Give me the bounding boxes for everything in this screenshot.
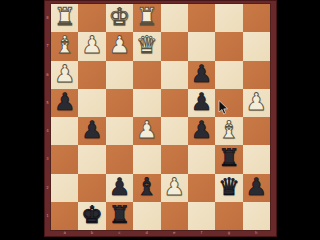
square-b4[interactable]: ♟: [78, 117, 105, 145]
square-e4[interactable]: [161, 117, 188, 145]
square-h2[interactable]: ♟: [243, 174, 270, 202]
square-f6[interactable]: ♟: [188, 61, 215, 89]
square-g3[interactable]: ♜: [215, 145, 242, 173]
rank-label-4: 4: [45, 129, 50, 133]
file-label-c: c: [116, 231, 122, 235]
black-pawn-h2[interactable]: ♟: [246, 175, 268, 199]
file-label-b: b: [89, 231, 95, 235]
file-label-f: f: [199, 231, 205, 235]
square-a8[interactable]: ♜: [51, 4, 78, 32]
square-h8[interactable]: [243, 4, 270, 32]
rank-label-1: 1: [45, 214, 50, 218]
square-c6[interactable]: [106, 61, 133, 89]
white-king-c8[interactable]: ♚: [109, 5, 131, 29]
square-a3[interactable]: [51, 145, 78, 173]
file-label-e: e: [171, 231, 177, 235]
square-g1[interactable]: [215, 202, 242, 230]
rank-label-2: 2: [45, 186, 50, 190]
square-b5[interactable]: [78, 89, 105, 117]
square-d5[interactable]: [133, 89, 160, 117]
white-pawn-h5[interactable]: ♟: [246, 90, 268, 114]
square-f5[interactable]: ♟: [188, 89, 215, 117]
square-d6[interactable]: [133, 61, 160, 89]
file-label-a: a: [62, 231, 68, 235]
square-b2[interactable]: [78, 174, 105, 202]
board-squares: ♜♚♜♝♟♟♛♟♟♟♟♟♟♟♟♝♜♟♝♟♛♟♚♜: [51, 4, 270, 230]
square-e3[interactable]: [161, 145, 188, 173]
square-e1[interactable]: [161, 202, 188, 230]
square-d4[interactable]: ♟: [133, 117, 160, 145]
square-g2[interactable]: ♛: [215, 174, 242, 202]
square-b8[interactable]: [78, 4, 105, 32]
square-f7[interactable]: [188, 32, 215, 60]
square-h5[interactable]: ♟: [243, 89, 270, 117]
square-a6[interactable]: ♟: [51, 61, 78, 89]
square-c2[interactable]: ♟: [106, 174, 133, 202]
mouse-cursor-icon: [218, 100, 230, 116]
square-a1[interactable]: [51, 202, 78, 230]
white-bishop-a7[interactable]: ♝: [54, 33, 76, 57]
square-f4[interactable]: ♟: [188, 117, 215, 145]
square-c8[interactable]: ♚: [106, 4, 133, 32]
square-c4[interactable]: [106, 117, 133, 145]
square-f1[interactable]: [188, 202, 215, 230]
file-label-h: h: [253, 231, 259, 235]
white-bishop-g4[interactable]: ♝: [218, 118, 240, 142]
black-pawn-f5[interactable]: ♟: [191, 90, 213, 114]
white-queen-d7[interactable]: ♛: [136, 33, 158, 57]
black-bishop-d2[interactable]: ♝: [136, 175, 158, 199]
white-rook-d8[interactable]: ♜: [136, 5, 158, 29]
black-king-b1[interactable]: ♚: [81, 203, 103, 227]
square-b3[interactable]: [78, 145, 105, 173]
square-h4[interactable]: [243, 117, 270, 145]
white-pawn-b7[interactable]: ♟: [81, 33, 103, 57]
square-e6[interactable]: [161, 61, 188, 89]
black-pawn-c2[interactable]: ♟: [109, 175, 131, 199]
white-rook-a8[interactable]: ♜: [54, 5, 76, 29]
black-pawn-f4[interactable]: ♟: [191, 118, 213, 142]
white-pawn-a6[interactable]: ♟: [54, 62, 76, 86]
square-d8[interactable]: ♜: [133, 4, 160, 32]
square-f3[interactable]: [188, 145, 215, 173]
square-f8[interactable]: [188, 4, 215, 32]
square-c7[interactable]: ♟: [106, 32, 133, 60]
square-b7[interactable]: ♟: [78, 32, 105, 60]
square-g6[interactable]: [215, 61, 242, 89]
square-b1[interactable]: ♚: [78, 202, 105, 230]
square-c1[interactable]: ♜: [106, 202, 133, 230]
black-queen-g2[interactable]: ♛: [218, 175, 240, 199]
rank-label-8: 8: [45, 16, 50, 20]
white-pawn-c7[interactable]: ♟: [109, 33, 131, 57]
rank-label-5: 5: [45, 101, 50, 105]
white-pawn-d4[interactable]: ♟: [136, 118, 158, 142]
square-a2[interactable]: [51, 174, 78, 202]
square-h6[interactable]: [243, 61, 270, 89]
rank-label-6: 6: [45, 73, 50, 77]
square-e8[interactable]: [161, 4, 188, 32]
square-h7[interactable]: [243, 32, 270, 60]
square-e5[interactable]: [161, 89, 188, 117]
square-a4[interactable]: [51, 117, 78, 145]
black-pawn-a5[interactable]: ♟: [54, 90, 76, 114]
square-d1[interactable]: [133, 202, 160, 230]
square-f2[interactable]: [188, 174, 215, 202]
square-c5[interactable]: [106, 89, 133, 117]
black-rook-c1[interactable]: ♜: [109, 203, 131, 227]
chess-board: ♜♚♜♝♟♟♛♟♟♟♟♟♟♟♟♝♜♟♝♟♛♟♚♜ 87654321abcdefg…: [44, 0, 277, 237]
square-g7[interactable]: [215, 32, 242, 60]
black-pawn-f6[interactable]: ♟: [191, 62, 213, 86]
square-c3[interactable]: [106, 145, 133, 173]
square-g4[interactable]: ♝: [215, 117, 242, 145]
square-d7[interactable]: ♛: [133, 32, 160, 60]
white-pawn-e2[interactable]: ♟: [163, 175, 185, 199]
file-label-d: d: [144, 231, 150, 235]
file-label-g: g: [226, 231, 232, 235]
square-h3[interactable]: [243, 145, 270, 173]
square-a7[interactable]: ♝: [51, 32, 78, 60]
video-frame: ♜♚♜♝♟♟♛♟♟♟♟♟♟♟♟♝♜♟♝♟♛♟♚♜ 87654321abcdefg…: [0, 0, 320, 240]
square-d3[interactable]: [133, 145, 160, 173]
square-e2[interactable]: ♟: [161, 174, 188, 202]
black-rook-g3[interactable]: ♜: [218, 146, 240, 170]
square-b6[interactable]: [78, 61, 105, 89]
black-pawn-b4[interactable]: ♟: [81, 118, 103, 142]
rank-label-3: 3: [45, 157, 50, 161]
square-g8[interactable]: [215, 4, 242, 32]
square-a5[interactable]: ♟: [51, 89, 78, 117]
square-e7[interactable]: [161, 32, 188, 60]
square-h1[interactable]: [243, 202, 270, 230]
square-d2[interactable]: ♝: [133, 174, 160, 202]
rank-label-7: 7: [45, 44, 50, 48]
